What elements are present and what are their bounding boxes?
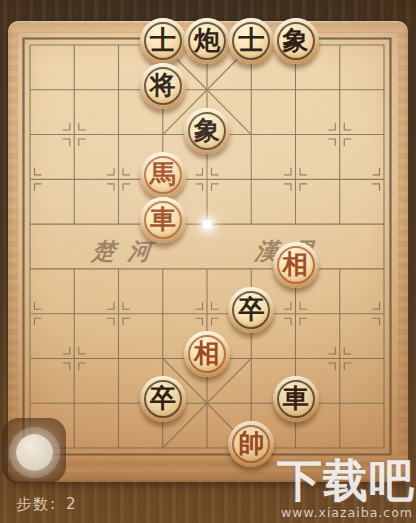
piece-glyph: 馬 xyxy=(150,161,176,187)
piece-black-elephant[interactable]: 象 xyxy=(184,108,230,154)
piece-glyph: 車 xyxy=(150,206,176,232)
piece-glyph: 象 xyxy=(283,27,309,53)
move-counter-label: 步数: xyxy=(16,495,57,513)
piece-black-soldier[interactable]: 卒 xyxy=(228,287,274,333)
piece-glyph: 士 xyxy=(238,27,264,53)
piece-glyph: 帥 xyxy=(238,430,264,456)
piece-red-general[interactable]: 帥 xyxy=(228,421,274,467)
piece-black-soldier[interactable]: 卒 xyxy=(140,376,186,422)
move-counter: 步数:2 xyxy=(16,495,76,514)
last-move-highlight-dot xyxy=(203,220,212,229)
piece-glyph: 卒 xyxy=(238,296,264,322)
piece-glyph: 将 xyxy=(150,72,176,98)
piece-red-chariot[interactable]: 車 xyxy=(140,197,186,243)
piece-black-advisor[interactable]: 士 xyxy=(140,18,186,64)
piece-black-elephant[interactable]: 象 xyxy=(273,18,319,64)
piece-black-advisor[interactable]: 士 xyxy=(228,18,274,64)
move-counter-value: 2 xyxy=(66,495,76,513)
piece-glyph: 士 xyxy=(150,27,176,53)
piece-glyph: 象 xyxy=(194,117,220,143)
piece-black-cannon[interactable]: 炮 xyxy=(184,18,230,64)
piece-black-chariot[interactable]: 車 xyxy=(273,376,319,422)
piece-red-elephant[interactable]: 相 xyxy=(184,331,230,377)
piece-glyph: 卒 xyxy=(150,385,176,411)
corner-menu-button[interactable] xyxy=(2,418,66,483)
piece-glyph: 相 xyxy=(194,340,220,366)
piece-red-horse[interactable]: 馬 xyxy=(140,152,186,198)
piece-glyph: 炮 xyxy=(194,27,220,53)
piece-glyph: 車 xyxy=(283,385,309,411)
board-intersections: 士炮士象将象馬車相卒相卒車帥 xyxy=(8,23,406,471)
piece-black-general[interactable]: 将 xyxy=(140,63,186,109)
piece-red-elephant[interactable]: 相 xyxy=(273,242,319,288)
circle-icon xyxy=(16,434,53,471)
piece-glyph: 相 xyxy=(283,251,309,277)
